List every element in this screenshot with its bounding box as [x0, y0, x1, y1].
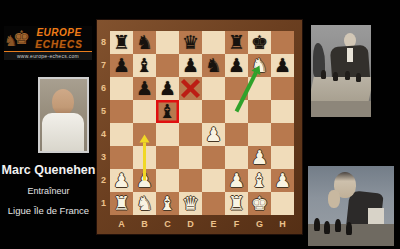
board-grid: ♜♞♛♜♚♟♝♟♞♟♞♟♟♟♝♟♟♟♟♟♝♟♜♞♝♛♜♚ [110, 31, 294, 215]
square-c1: ♝ [156, 192, 179, 215]
square-c7 [156, 54, 179, 77]
rank-label-1: 1 [97, 192, 110, 215]
square-g5 [248, 100, 271, 123]
square-g2: ♝ [248, 169, 271, 192]
rank-labels: 87654321 [97, 31, 110, 215]
square-e5 [202, 100, 225, 123]
white-rook-a1: ♜ [110, 192, 133, 215]
white-pawn-e4: ♟ [202, 123, 225, 146]
logo-url: www.europe-echecs.com [4, 51, 92, 60]
square-e4: ♟ [202, 123, 225, 146]
photo-player-shirt [347, 48, 353, 62]
presenter-name: Marc Quenehen [0, 163, 97, 177]
square-f5 [225, 100, 248, 123]
square-e8 [202, 31, 225, 54]
photo-player-hand [328, 190, 340, 208]
white-pawn-g3: ♟ [248, 146, 271, 169]
rank-label-6: 6 [97, 77, 110, 100]
white-queen-d1: ♛ [179, 192, 202, 215]
square-c8 [156, 31, 179, 54]
square-h4 [271, 123, 294, 146]
rank-label-4: 4 [97, 123, 110, 146]
square-f1: ♜ [225, 192, 248, 215]
black-knight-b8: ♞ [133, 31, 156, 54]
file-label-e: E [202, 216, 225, 232]
square-c3 [156, 146, 179, 169]
black-pawn-d7: ♟ [179, 54, 202, 77]
file-labels: ABCDEFGH [110, 216, 294, 232]
square-f6 [225, 77, 248, 100]
logo-line1: EUROPE [28, 27, 90, 39]
square-a6 [110, 77, 133, 100]
logo-chess-pieces-icon: ♞ ♚ [5, 26, 27, 52]
square-h6 [271, 77, 294, 100]
black-pawn-c6: ♟ [156, 77, 179, 100]
rank-label-8: 8 [97, 31, 110, 54]
black-pawn-h7: ♟ [271, 54, 294, 77]
square-h3 [271, 146, 294, 169]
photo-chess-piece [324, 221, 330, 234]
square-g7: ♞ [248, 54, 271, 77]
black-rook-a8: ♜ [110, 31, 133, 54]
chess-board: 87654321 ♜♞♛♜♚♟♝♟♞♟♞♟♟♟♝♟♟♟♟♟♝♟♜♞♝♛♜♚ AB… [96, 19, 303, 235]
square-d5 [179, 100, 202, 123]
square-h8 [271, 31, 294, 54]
square-a3 [110, 146, 133, 169]
square-d7: ♟ [179, 54, 202, 77]
square-e3 [202, 146, 225, 169]
square-c6: ♟ [156, 77, 179, 100]
photo-chess-piece [321, 70, 326, 79]
file-label-d: D [179, 216, 202, 232]
presenter-role: Entraîneur [0, 186, 97, 196]
white-knight-b1: ♞ [133, 192, 156, 215]
white-pawn-b2: ♟ [133, 169, 156, 192]
white-pawn-f2: ♟ [225, 169, 248, 192]
square-c4 [156, 123, 179, 146]
black-pawn-b6: ♟ [133, 77, 156, 100]
square-e2 [202, 169, 225, 192]
square-c5: ♝ [156, 100, 179, 123]
file-label-h: H [271, 216, 294, 232]
top-right-photo [311, 25, 371, 117]
square-e1 [202, 192, 225, 215]
square-a5 [110, 100, 133, 123]
photo-chess-piece [356, 73, 361, 82]
rank-label-2: 2 [97, 169, 110, 192]
black-rook-f8: ♜ [225, 31, 248, 54]
square-f4 [225, 123, 248, 146]
square-d4 [179, 123, 202, 146]
square-a8: ♜ [110, 31, 133, 54]
black-bishop-b7: ♝ [133, 54, 156, 77]
photo-table [311, 101, 371, 117]
photo-chess-piece [335, 219, 341, 232]
white-pawn-h2: ♟ [271, 169, 294, 192]
square-a4 [110, 123, 133, 146]
square-b2: ♟ [133, 169, 156, 192]
black-king-g8: ♚ [248, 31, 271, 54]
square-b7: ♝ [133, 54, 156, 77]
black-pawn-f7: ♟ [225, 54, 248, 77]
square-d3 [179, 146, 202, 169]
square-b3 [133, 146, 156, 169]
square-h7: ♟ [271, 54, 294, 77]
square-h2: ♟ [271, 169, 294, 192]
square-h1 [271, 192, 294, 215]
rank-label-3: 3 [97, 146, 110, 169]
square-b1: ♞ [133, 192, 156, 215]
square-f7: ♟ [225, 54, 248, 77]
square-b5 [133, 100, 156, 123]
square-b8: ♞ [133, 31, 156, 54]
rank-label-5: 5 [97, 100, 110, 123]
square-d8: ♛ [179, 31, 202, 54]
square-d2 [179, 169, 202, 192]
square-a2: ♟ [110, 169, 133, 192]
black-pawn-a7: ♟ [110, 54, 133, 77]
square-g3: ♟ [248, 146, 271, 169]
square-d6 [179, 77, 202, 100]
square-g8: ♚ [248, 31, 271, 54]
photo-chess-piece [346, 222, 352, 235]
file-label-a: A [110, 216, 133, 232]
black-bishop-c5: ♝ [156, 100, 179, 123]
square-c2 [156, 169, 179, 192]
square-f8: ♜ [225, 31, 248, 54]
photo-chess-piece [314, 218, 320, 231]
presenter-photo-shirt [42, 113, 84, 151]
white-bishop-g2: ♝ [248, 169, 271, 192]
logo-text: EUROPE ECHECS [28, 27, 90, 50]
presenter-photo [38, 77, 89, 153]
photo-chess-piece [333, 72, 338, 81]
square-g6 [248, 77, 271, 100]
file-label-b: B [133, 216, 156, 232]
logo-line2: ECHECS [28, 39, 90, 50]
bottom-right-photo [308, 166, 394, 246]
photo-chessboard [311, 77, 371, 103]
white-bishop-c1: ♝ [156, 192, 179, 215]
square-b4 [133, 123, 156, 146]
square-f2: ♟ [225, 169, 248, 192]
video-frame: ♞ ♚ EUROPE ECHECS www.europe-echecs.com … [0, 0, 400, 249]
photo-chess-piece [345, 71, 350, 80]
square-a1: ♜ [110, 192, 133, 215]
rank-label-7: 7 [97, 54, 110, 77]
square-h5 [271, 100, 294, 123]
white-king-g1: ♚ [248, 192, 271, 215]
square-g1: ♚ [248, 192, 271, 215]
white-knight-g7: ♞ [248, 54, 271, 77]
white-pawn-a2: ♟ [110, 169, 133, 192]
square-a7: ♟ [110, 54, 133, 77]
square-b6: ♟ [133, 77, 156, 100]
black-queen-d8: ♛ [179, 31, 202, 54]
square-d1: ♛ [179, 192, 202, 215]
square-f3 [225, 146, 248, 169]
square-e6 [202, 77, 225, 100]
file-label-g: G [248, 216, 271, 232]
presenter-org: Ligue Île de France [0, 205, 97, 216]
file-label-c: C [156, 216, 179, 232]
square-g4 [248, 123, 271, 146]
black-knight-e7: ♞ [202, 54, 225, 77]
white-rook-f1: ♜ [225, 192, 248, 215]
file-label-f: F [225, 216, 248, 232]
square-e7: ♞ [202, 54, 225, 77]
europe-echecs-logo: ♞ ♚ EUROPE ECHECS www.europe-echecs.com [4, 26, 92, 60]
